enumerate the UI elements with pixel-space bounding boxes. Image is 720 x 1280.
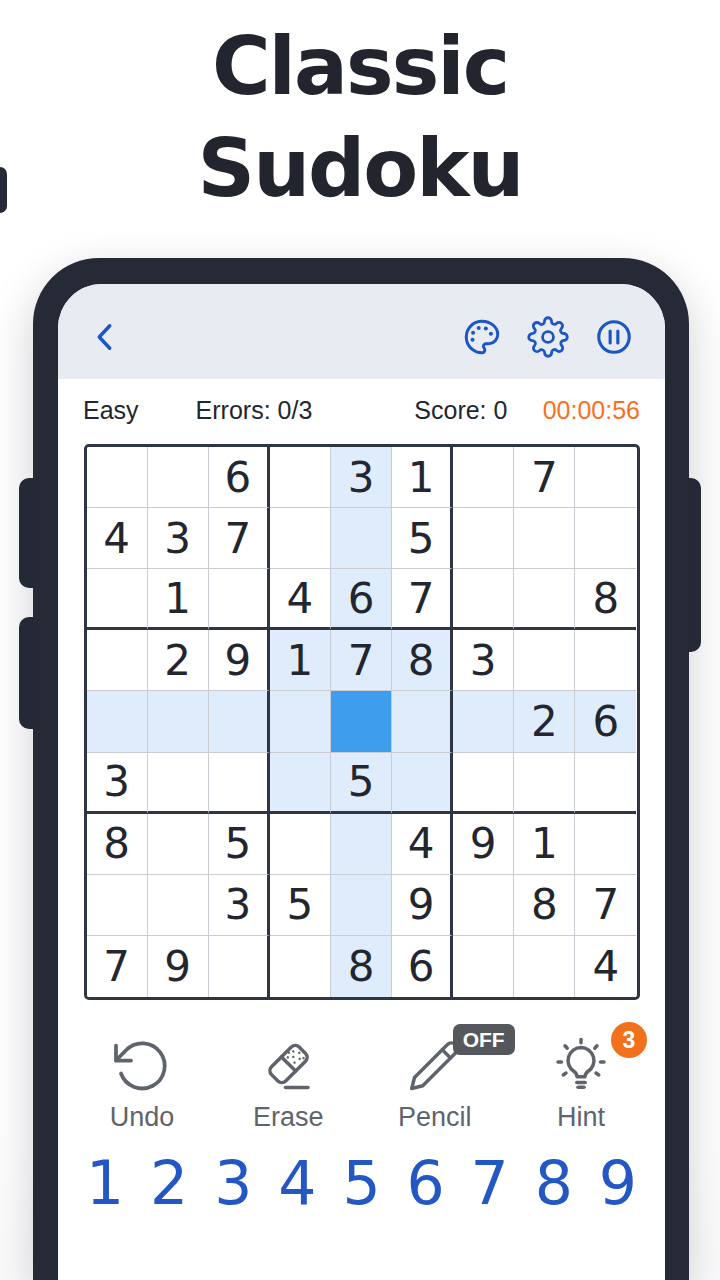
sudoku-cell-r8c7[interactable]: [453, 875, 514, 936]
sudoku-cell-r4c5[interactable]: 7: [331, 630, 392, 691]
number-pad: 123456789: [58, 1147, 665, 1219]
sudoku-cell-r2c8[interactable]: [514, 508, 575, 569]
sudoku-cell-r9c1[interactable]: 7: [87, 936, 148, 997]
sudoku-cell-r4c4[interactable]: 1: [270, 630, 331, 691]
sudoku-cell-r1c8[interactable]: 7: [514, 447, 575, 508]
sudoku-cell-r3c2[interactable]: 1: [148, 569, 209, 630]
sudoku-cell-r5c2[interactable]: [148, 691, 209, 752]
eraser-icon: [258, 1036, 318, 1096]
erase-label: Erase: [253, 1102, 324, 1133]
numpad-9[interactable]: 9: [599, 1147, 637, 1219]
sudoku-cell-r7c8[interactable]: 1: [514, 814, 575, 875]
sudoku-cell-r5c7[interactable]: [453, 691, 514, 752]
undo-button[interactable]: Undo: [100, 1036, 184, 1133]
sudoku-cell-r1c5[interactable]: 3: [331, 447, 392, 508]
sudoku-cell-r7c1[interactable]: 8: [87, 814, 148, 875]
numpad-8[interactable]: 8: [535, 1147, 573, 1219]
sudoku-cell-r7c2[interactable]: [148, 814, 209, 875]
sudoku-cell-r1c1[interactable]: [87, 447, 148, 508]
sudoku-cell-r8c2[interactable]: [148, 875, 209, 936]
numpad-5[interactable]: 5: [342, 1147, 380, 1219]
sudoku-cell-r6c8[interactable]: [514, 753, 575, 814]
sudoku-cell-r2c4[interactable]: [270, 508, 331, 569]
sudoku-cell-r2c5[interactable]: [331, 508, 392, 569]
sudoku-cell-r5c5[interactable]: [331, 691, 392, 752]
sudoku-cell-r9c5[interactable]: 8: [331, 936, 392, 997]
background-phone-edge: [0, 167, 7, 213]
pencil-mode-badge: OFF: [453, 1024, 515, 1055]
undo-label: Undo: [110, 1102, 175, 1133]
pause-icon: [593, 316, 635, 358]
sudoku-cell-r5c8[interactable]: 2: [514, 691, 575, 752]
numpad-1[interactable]: 1: [86, 1147, 124, 1219]
sudoku-cell-r8c4[interactable]: 5: [270, 875, 331, 936]
difficulty-label: Easy: [83, 396, 139, 425]
sudoku-cell-r6c3[interactable]: [209, 753, 270, 814]
numpad-2[interactable]: 2: [150, 1147, 188, 1219]
sudoku-cell-r5c9[interactable]: 6: [575, 691, 636, 752]
sudoku-cell-r4c6[interactable]: 8: [392, 630, 453, 691]
sudoku-cell-r4c1[interactable]: [87, 630, 148, 691]
sudoku-cell-r6c6[interactable]: [392, 753, 453, 814]
sudoku-cell-r7c9[interactable]: [575, 814, 636, 875]
hint-label: Hint: [557, 1102, 605, 1133]
sudoku-cell-r2c6[interactable]: 5: [392, 508, 453, 569]
pencil-label: Pencil: [398, 1102, 472, 1133]
sudoku-cell-r3c3[interactable]: [209, 569, 270, 630]
sudoku-cell-r7c7[interactable]: 9: [453, 814, 514, 875]
palette-icon: [461, 316, 503, 358]
timer: 00:00:56: [543, 396, 640, 425]
sudoku-cell-r8c1[interactable]: [87, 875, 148, 936]
sudoku-cell-r8c5[interactable]: [331, 875, 392, 936]
sudoku-cell-r8c8[interactable]: 8: [514, 875, 575, 936]
top-bar: [58, 284, 665, 379]
sudoku-cell-r3c7[interactable]: [453, 569, 514, 630]
sudoku-cell-r5c4[interactable]: [270, 691, 331, 752]
top-bar-actions: [461, 316, 635, 358]
sudoku-cell-r1c6[interactable]: 1: [392, 447, 453, 508]
sudoku-cell-r4c7[interactable]: 3: [453, 630, 514, 691]
sudoku-cell-r1c9[interactable]: [575, 447, 636, 508]
page-title: Classic Sudoku: [0, 16, 720, 221]
sudoku-cell-r4c9[interactable]: [575, 630, 636, 691]
app-screen: Easy Errors: 0/3 Score: 0 00:00:56 63174…: [58, 284, 665, 1280]
sudoku-cell-r4c2[interactable]: 2: [148, 630, 209, 691]
errors-counter: Errors: 0/3: [196, 396, 313, 425]
numpad-3[interactable]: 3: [214, 1147, 252, 1219]
erase-button[interactable]: Erase: [246, 1036, 330, 1133]
sudoku-grid: 63174375146782917832635854913598779864: [84, 444, 640, 1000]
lightbulb-icon: [551, 1036, 611, 1096]
status-row: Easy Errors: 0/3 Score: 0 00:00:56: [58, 396, 665, 425]
sudoku-cell-r5c3[interactable]: [209, 691, 270, 752]
sudoku-cell-r1c3[interactable]: 6: [209, 447, 270, 508]
sudoku-cell-r8c6[interactable]: 9: [392, 875, 453, 936]
sudoku-cell-r5c1[interactable]: [87, 691, 148, 752]
sudoku-cell-r7c4[interactable]: [270, 814, 331, 875]
sudoku-cell-r8c3[interactable]: 3: [209, 875, 270, 936]
numpad-4[interactable]: 4: [278, 1147, 316, 1219]
sudoku-cell-r2c9[interactable]: [575, 508, 636, 569]
gear-icon: [527, 316, 569, 358]
settings-button[interactable]: [527, 316, 569, 358]
hint-button[interactable]: 3 Hint: [539, 1036, 623, 1133]
phone-frame: Easy Errors: 0/3 Score: 0 00:00:56 63174…: [33, 258, 689, 1280]
back-button[interactable]: [88, 319, 124, 355]
pause-button[interactable]: [593, 316, 635, 358]
sudoku-cell-r6c7[interactable]: [453, 753, 514, 814]
pencil-button[interactable]: OFF Pencil: [393, 1036, 477, 1133]
sudoku-cell-r6c4[interactable]: [270, 753, 331, 814]
sudoku-cell-r1c2[interactable]: [148, 447, 209, 508]
sudoku-cell-r9c3[interactable]: [209, 936, 270, 997]
sudoku-cell-r7c3[interactable]: 5: [209, 814, 270, 875]
sudoku-cell-r7c5[interactable]: [331, 814, 392, 875]
sudoku-cell-r7c6[interactable]: 4: [392, 814, 453, 875]
sudoku-cell-r2c7[interactable]: [453, 508, 514, 569]
sudoku-cell-r3c1[interactable]: [87, 569, 148, 630]
sudoku-cell-r2c3[interactable]: 7: [209, 508, 270, 569]
sudoku-cell-r3c5[interactable]: 6: [331, 569, 392, 630]
sudoku-cell-r9c8[interactable]: [514, 936, 575, 997]
sudoku-cell-r9c6[interactable]: 6: [392, 936, 453, 997]
page-title-line1: Classic: [0, 16, 720, 118]
hint-count-badge: 3: [611, 1022, 647, 1058]
sudoku-cell-r1c4[interactable]: [270, 447, 331, 508]
sudoku-cell-r2c2[interactable]: 3: [148, 508, 209, 569]
sudoku-cell-r3c9[interactable]: 8: [575, 569, 636, 630]
back-chevron-icon: [88, 319, 124, 355]
sudoku-cell-r6c1[interactable]: 3: [87, 753, 148, 814]
sudoku-cell-r4c3[interactable]: 9: [209, 630, 270, 691]
sudoku-cell-r1c7[interactable]: [453, 447, 514, 508]
sudoku-cell-r6c2[interactable]: [148, 753, 209, 814]
sudoku-cell-r4c8[interactable]: [514, 630, 575, 691]
sudoku-cell-r2c1[interactable]: 4: [87, 508, 148, 569]
sudoku-cell-r8c9[interactable]: 7: [575, 875, 636, 936]
score-label: Score: 0: [414, 396, 507, 425]
sudoku-cell-r3c6[interactable]: 7: [392, 569, 453, 630]
page-title-line2: Sudoku: [0, 118, 720, 220]
sudoku-cell-r9c7[interactable]: [453, 936, 514, 997]
numpad-6[interactable]: 6: [406, 1147, 444, 1219]
sudoku-cell-r9c2[interactable]: 9: [148, 936, 209, 997]
sudoku-cell-r9c4[interactable]: [270, 936, 331, 997]
numpad-7[interactable]: 7: [471, 1147, 509, 1219]
sudoku-cell-r6c9[interactable]: [575, 753, 636, 814]
toolbar: Undo Erase: [58, 1036, 665, 1133]
undo-icon: [112, 1036, 172, 1096]
sudoku-cell-r3c4[interactable]: 4: [270, 569, 331, 630]
sudoku-cell-r3c8[interactable]: [514, 569, 575, 630]
sudoku-cell-r6c5[interactable]: 5: [331, 753, 392, 814]
sudoku-cell-r5c6[interactable]: [392, 691, 453, 752]
sudoku-cell-r9c9[interactable]: 4: [575, 936, 636, 997]
theme-button[interactable]: [461, 316, 503, 358]
